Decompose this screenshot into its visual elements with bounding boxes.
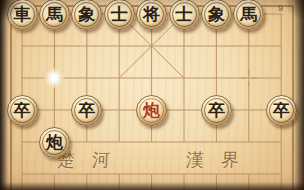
- piece-character: 象: [208, 5, 225, 22]
- piece-black-general[interactable]: 将: [136, 0, 167, 30]
- piece-black-horse[interactable]: 馬: [233, 0, 264, 30]
- piece-black-cannon[interactable]: 炮: [39, 127, 70, 158]
- piece-black-elephant[interactable]: 象: [71, 0, 102, 30]
- piece-character: 卒: [14, 101, 31, 118]
- file-number-label: 9: [278, 3, 283, 13]
- piece-black-soldier[interactable]: 卒: [71, 95, 102, 126]
- piece-black-soldier[interactable]: 卒: [266, 95, 297, 126]
- piece-character: 馬: [46, 5, 63, 22]
- piece-black-soldier[interactable]: 卒: [7, 95, 38, 126]
- piece-character: 炮: [143, 101, 160, 118]
- piece-black-soldier[interactable]: 卒: [201, 95, 232, 126]
- piece-character: 卒: [273, 101, 290, 118]
- piece-red-cannon[interactable]: 炮: [136, 95, 167, 126]
- piece-character: 象: [78, 5, 95, 22]
- piece-black-elephant[interactable]: 象: [201, 0, 232, 30]
- piece-black-advisor[interactable]: 士: [104, 0, 135, 30]
- piece-character: 士: [176, 5, 193, 22]
- piece-black-chariot[interactable]: 車: [7, 0, 38, 30]
- piece-character: 炮: [46, 133, 63, 150]
- piece-character: 車: [14, 5, 31, 22]
- piece-black-advisor[interactable]: 士: [169, 0, 200, 30]
- river-label-han-jie: 漢界: [185, 148, 256, 172]
- piece-character: 卒: [208, 101, 225, 118]
- piece-character: 卒: [78, 101, 95, 118]
- xiangqi-board[interactable]: 楚河 漢界 9 車馬象士将士象馬卒卒炮卒卒炮: [0, 0, 304, 190]
- piece-character: 将: [143, 5, 160, 22]
- piece-black-horse[interactable]: 馬: [39, 0, 70, 30]
- piece-character: 士: [111, 5, 128, 22]
- piece-character: 馬: [240, 5, 257, 22]
